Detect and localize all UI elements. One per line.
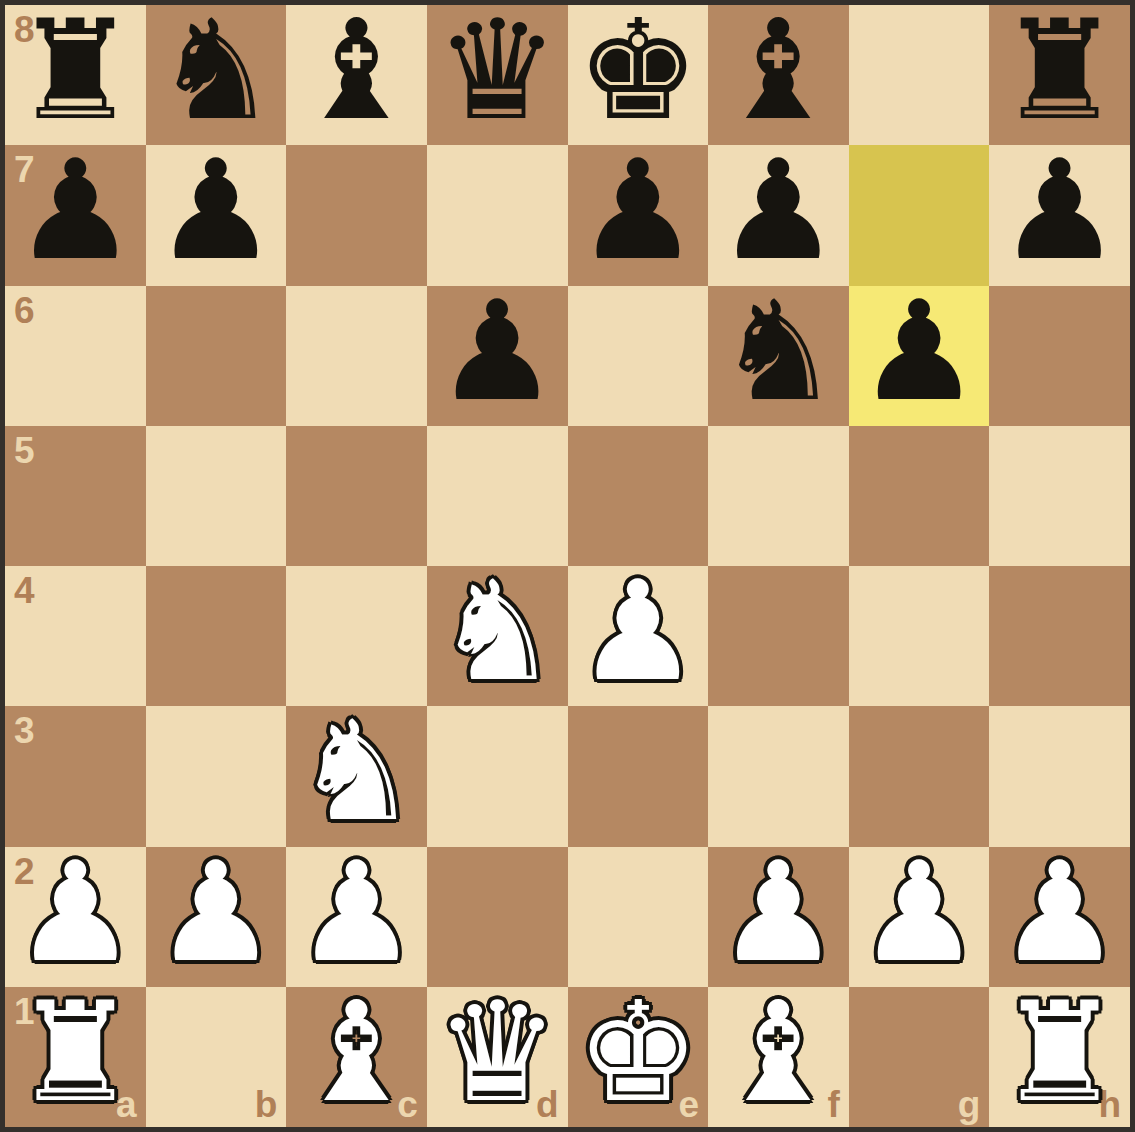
- piece-black-pawn-e7[interactable]: ♟: [576, 145, 700, 280]
- chess-board-frame: 8♜♞♝♛♚♝♜7♟♟♟♟♟6♟♞♟54♞♟3♞2♟♟♟♟♟♟1a♜bc♝d♛e…: [0, 0, 1135, 1132]
- square-g7[interactable]: [849, 145, 990, 285]
- square-a4[interactable]: 4: [5, 566, 146, 706]
- file-label-g: g: [958, 1086, 981, 1123]
- piece-black-knight-f6[interactable]: ♞: [717, 286, 841, 421]
- rank-label-3: 3: [14, 712, 35, 749]
- square-g4[interactable]: [849, 566, 990, 706]
- square-d8[interactable]: ♛: [427, 5, 568, 145]
- square-h7[interactable]: ♟: [989, 145, 1130, 285]
- square-b2[interactable]: ♟: [146, 847, 287, 987]
- piece-white-knight-d4[interactable]: ♞: [435, 566, 559, 701]
- square-c2[interactable]: ♟: [286, 847, 427, 987]
- square-d4[interactable]: ♞: [427, 566, 568, 706]
- piece-black-rook-a8[interactable]: ♜: [13, 5, 137, 140]
- square-b3[interactable]: [146, 706, 287, 846]
- piece-white-pawn-g2[interactable]: ♟: [857, 847, 981, 982]
- square-f3[interactable]: [708, 706, 849, 846]
- file-label-b: b: [255, 1086, 278, 1123]
- square-h2[interactable]: ♟: [989, 847, 1130, 987]
- piece-white-bishop-f1[interactable]: ♝: [717, 987, 841, 1122]
- square-b1[interactable]: b: [146, 987, 287, 1127]
- square-d6[interactable]: ♟: [427, 286, 568, 426]
- piece-white-knight-c3[interactable]: ♞: [295, 706, 419, 841]
- square-b6[interactable]: [146, 286, 287, 426]
- square-e6[interactable]: [568, 286, 709, 426]
- square-d7[interactable]: [427, 145, 568, 285]
- piece-black-pawn-f7[interactable]: ♟: [717, 145, 841, 280]
- square-a3[interactable]: 3: [5, 706, 146, 846]
- piece-black-pawn-h7[interactable]: ♟: [998, 145, 1122, 280]
- square-d2[interactable]: [427, 847, 568, 987]
- square-g5[interactable]: [849, 426, 990, 566]
- square-h5[interactable]: [989, 426, 1130, 566]
- square-g2[interactable]: ♟: [849, 847, 990, 987]
- piece-black-pawn-d6[interactable]: ♟: [435, 286, 559, 421]
- piece-white-pawn-h2[interactable]: ♟: [998, 847, 1122, 982]
- square-f4[interactable]: [708, 566, 849, 706]
- square-f1[interactable]: f♝: [708, 987, 849, 1127]
- piece-white-rook-h1[interactable]: ♜: [998, 987, 1122, 1122]
- piece-black-knight-b8[interactable]: ♞: [154, 5, 278, 140]
- chess-board: 8♜♞♝♛♚♝♜7♟♟♟♟♟6♟♞♟54♞♟3♞2♟♟♟♟♟♟1a♜bc♝d♛e…: [5, 5, 1130, 1127]
- square-g1[interactable]: g: [849, 987, 990, 1127]
- piece-black-queen-d8[interactable]: ♛: [435, 5, 559, 140]
- square-e1[interactable]: e♚: [568, 987, 709, 1127]
- square-b4[interactable]: [146, 566, 287, 706]
- square-b8[interactable]: ♞: [146, 5, 287, 145]
- square-b7[interactable]: ♟: [146, 145, 287, 285]
- square-c4[interactable]: [286, 566, 427, 706]
- square-f8[interactable]: ♝: [708, 5, 849, 145]
- square-f7[interactable]: ♟: [708, 145, 849, 285]
- piece-black-pawn-g6[interactable]: ♟: [857, 286, 981, 421]
- piece-white-king-e1[interactable]: ♚: [576, 987, 700, 1122]
- square-e2[interactable]: [568, 847, 709, 987]
- rank-label-5: 5: [14, 432, 35, 469]
- square-h1[interactable]: h♜: [989, 987, 1130, 1127]
- square-c3[interactable]: ♞: [286, 706, 427, 846]
- piece-white-rook-a1[interactable]: ♜: [13, 987, 137, 1122]
- square-e8[interactable]: ♚: [568, 5, 709, 145]
- square-a2[interactable]: 2♟: [5, 847, 146, 987]
- square-a6[interactable]: 6: [5, 286, 146, 426]
- square-h3[interactable]: [989, 706, 1130, 846]
- piece-black-king-e8[interactable]: ♚: [576, 5, 700, 140]
- square-e5[interactable]: [568, 426, 709, 566]
- square-g6[interactable]: ♟: [849, 286, 990, 426]
- square-g3[interactable]: [849, 706, 990, 846]
- piece-black-bishop-c8[interactable]: ♝: [295, 5, 419, 140]
- square-f6[interactable]: ♞: [708, 286, 849, 426]
- piece-white-pawn-c2[interactable]: ♟: [295, 847, 419, 982]
- piece-black-rook-h8[interactable]: ♜: [998, 5, 1122, 140]
- square-a7[interactable]: 7♟: [5, 145, 146, 285]
- square-a5[interactable]: 5: [5, 426, 146, 566]
- square-a1[interactable]: 1a♜: [5, 987, 146, 1127]
- piece-white-queen-d1[interactable]: ♛: [435, 987, 559, 1122]
- piece-white-pawn-f2[interactable]: ♟: [717, 847, 841, 982]
- square-e4[interactable]: ♟: [568, 566, 709, 706]
- piece-black-bishop-f8[interactable]: ♝: [717, 5, 841, 140]
- rank-label-6: 6: [14, 292, 35, 329]
- piece-black-pawn-a7[interactable]: ♟: [13, 145, 137, 280]
- piece-white-pawn-e4[interactable]: ♟: [576, 566, 700, 701]
- square-c1[interactable]: c♝: [286, 987, 427, 1127]
- piece-white-pawn-a2[interactable]: ♟: [13, 847, 137, 982]
- square-c8[interactable]: ♝: [286, 5, 427, 145]
- square-h8[interactable]: ♜: [989, 5, 1130, 145]
- square-e7[interactable]: ♟: [568, 145, 709, 285]
- square-d1[interactable]: d♛: [427, 987, 568, 1127]
- square-c7[interactable]: [286, 145, 427, 285]
- piece-black-pawn-b7[interactable]: ♟: [154, 145, 278, 280]
- square-a8[interactable]: 8♜: [5, 5, 146, 145]
- square-b5[interactable]: [146, 426, 287, 566]
- square-e3[interactable]: [568, 706, 709, 846]
- square-f2[interactable]: ♟: [708, 847, 849, 987]
- piece-white-bishop-c1[interactable]: ♝: [295, 987, 419, 1122]
- square-h4[interactable]: [989, 566, 1130, 706]
- rank-label-4: 4: [14, 572, 35, 609]
- square-c5[interactable]: [286, 426, 427, 566]
- square-f5[interactable]: [708, 426, 849, 566]
- square-d5[interactable]: [427, 426, 568, 566]
- square-g8[interactable]: [849, 5, 990, 145]
- square-d3[interactable]: [427, 706, 568, 846]
- piece-white-pawn-b2[interactable]: ♟: [154, 847, 278, 982]
- square-h6[interactable]: [989, 286, 1130, 426]
- square-c6[interactable]: [286, 286, 427, 426]
